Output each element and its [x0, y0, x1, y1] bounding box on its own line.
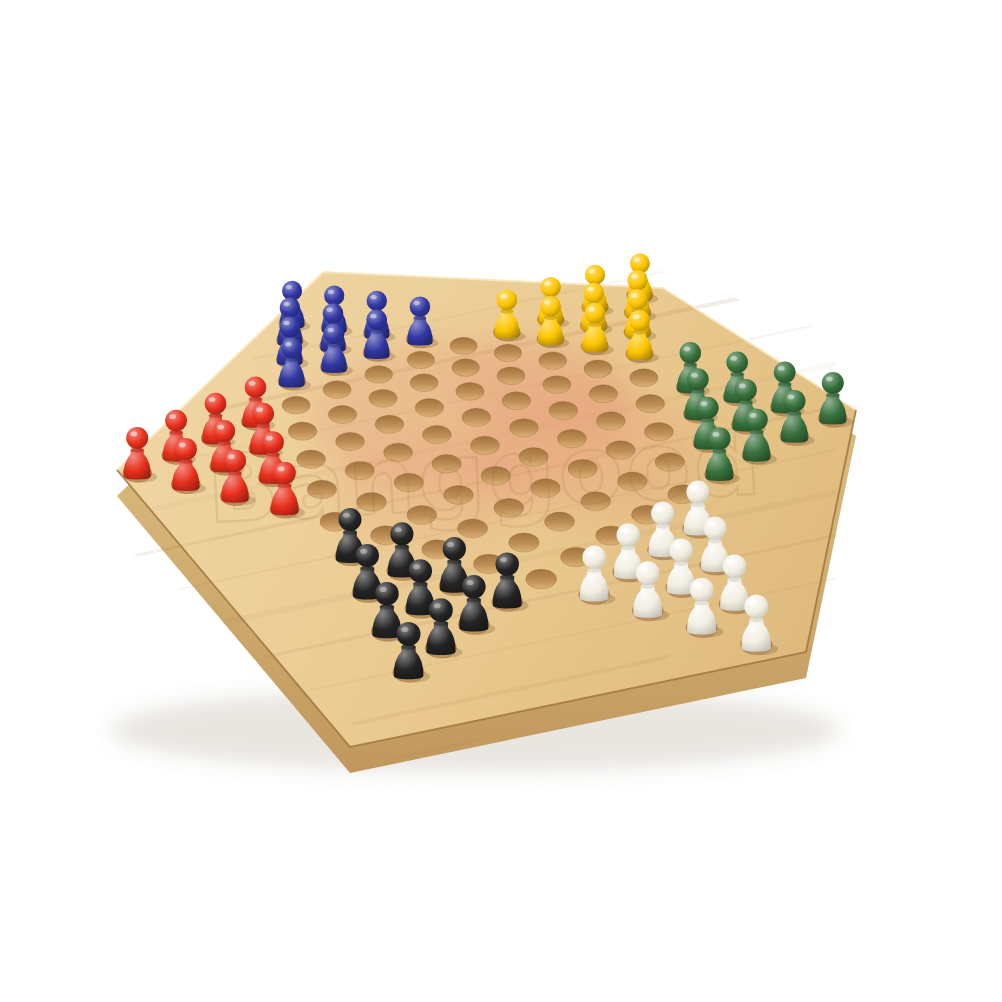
board-hole[interactable]: [369, 389, 397, 407]
board-hole[interactable]: [526, 569, 557, 589]
board-hole[interactable]: [539, 352, 567, 370]
board-hole[interactable]: [543, 376, 571, 394]
board-hole[interactable]: [410, 374, 438, 392]
board-hole[interactable]: [452, 359, 480, 377]
board-hole[interactable]: [502, 392, 530, 410]
board-hole[interactable]: [415, 399, 443, 417]
board-hole[interactable]: [589, 385, 617, 403]
board-hole[interactable]: [407, 351, 434, 368]
board-hole[interactable]: [497, 367, 525, 385]
chinese-checkers-board-photo: Banggood: [0, 0, 1002, 1002]
board-hole[interactable]: [456, 383, 484, 401]
product-photo: Banggood: [0, 0, 1002, 1002]
board-hole[interactable]: [509, 533, 539, 552]
board-hole[interactable]: [323, 381, 351, 399]
board-hole[interactable]: [636, 395, 665, 413]
board-hole[interactable]: [365, 366, 393, 384]
board-hole[interactable]: [282, 396, 310, 414]
board-hole[interactable]: [630, 369, 658, 387]
board-hole[interactable]: [584, 360, 612, 378]
board-hole[interactable]: [494, 344, 521, 361]
board-hole[interactable]: [450, 337, 477, 354]
board-hole[interactable]: [328, 406, 356, 424]
